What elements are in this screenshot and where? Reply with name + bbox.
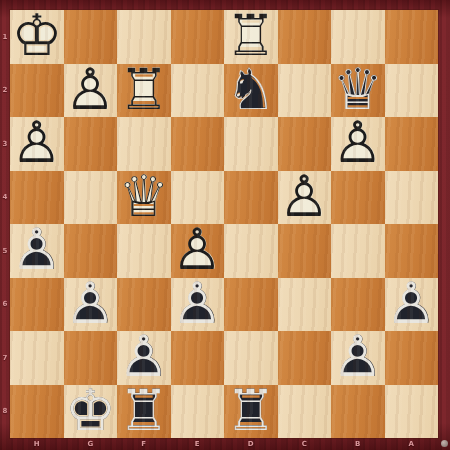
piece-fill-layer: ♟ xyxy=(278,170,332,224)
square-c3[interactable] xyxy=(278,117,332,171)
square-e7[interactable] xyxy=(171,331,225,385)
file-label-a: A xyxy=(385,438,439,450)
square-b3[interactable]: ♟♙ xyxy=(331,117,385,171)
piece-black-pawn[interactable]: ♟♙ xyxy=(385,278,439,332)
square-e1[interactable] xyxy=(171,10,225,64)
square-e3[interactable] xyxy=(171,117,225,171)
piece-white-queen[interactable]: ♛♕ xyxy=(117,171,171,225)
piece-white-pawn[interactable]: ♟♙ xyxy=(331,117,385,171)
piece-black-pawn[interactable]: ♟♙ xyxy=(331,331,385,385)
piece-fill-layer: ♚ xyxy=(64,384,118,438)
rank-label-8: 8 xyxy=(0,385,10,439)
piece-outline-layer: ♕ xyxy=(117,170,171,224)
square-g6[interactable]: ♟♙ xyxy=(64,278,118,332)
square-b1[interactable] xyxy=(331,10,385,64)
piece-white-pawn[interactable]: ♟♙ xyxy=(64,64,118,118)
square-a4[interactable] xyxy=(385,171,439,225)
piece-white-rook[interactable]: ♜♖ xyxy=(224,10,278,64)
square-a1[interactable] xyxy=(385,10,439,64)
piece-outline-layer: ♙ xyxy=(117,330,171,384)
piece-black-rook[interactable]: ♜♖ xyxy=(224,385,278,439)
square-c1[interactable] xyxy=(278,10,332,64)
piece-outline-layer: ♔ xyxy=(64,384,118,438)
piece-outline-layer: ♖ xyxy=(117,63,171,117)
piece-outline-layer: ♖ xyxy=(117,384,171,438)
piece-fill-layer: ♟ xyxy=(64,277,118,331)
square-b7[interactable]: ♟♙ xyxy=(331,331,385,385)
piece-outline-layer: ♔ xyxy=(10,9,64,63)
square-a5[interactable] xyxy=(385,224,439,278)
piece-outline-layer: ♙ xyxy=(64,63,118,117)
piece-black-queen[interactable]: ♛♕ xyxy=(331,64,385,118)
square-d7[interactable] xyxy=(224,331,278,385)
piece-outline-layer: ♙ xyxy=(10,223,64,277)
piece-black-pawn[interactable]: ♟♙ xyxy=(10,224,64,278)
piece-fill-layer: ♟ xyxy=(171,277,225,331)
piece-fill-layer: ♟ xyxy=(385,277,439,331)
square-a7[interactable] xyxy=(385,331,439,385)
piece-white-king[interactable]: ♚♔ xyxy=(10,10,64,64)
square-f1[interactable] xyxy=(117,10,171,64)
square-f5[interactable] xyxy=(117,224,171,278)
piece-fill-layer: ♛ xyxy=(117,170,171,224)
square-h7[interactable] xyxy=(10,331,64,385)
square-c6[interactable] xyxy=(278,278,332,332)
rank-label-5: 5 xyxy=(0,224,10,278)
piece-fill-layer: ♜ xyxy=(224,9,278,63)
piece-fill-layer: ♜ xyxy=(117,384,171,438)
square-b6[interactable] xyxy=(331,278,385,332)
square-f3[interactable] xyxy=(117,117,171,171)
square-f6[interactable] xyxy=(117,278,171,332)
square-b4[interactable] xyxy=(331,171,385,225)
file-label-h: H xyxy=(10,438,64,450)
square-h1[interactable]: ♚♔ xyxy=(10,10,64,64)
square-h8[interactable] xyxy=(10,385,64,439)
piece-outline-layer: ♕ xyxy=(331,63,385,117)
square-d4[interactable] xyxy=(224,171,278,225)
rank-label-2: 2 xyxy=(0,64,10,118)
square-h4[interactable] xyxy=(10,171,64,225)
square-g7[interactable] xyxy=(64,331,118,385)
piece-fill-layer: ♟ xyxy=(64,63,118,117)
square-a2[interactable] xyxy=(385,64,439,118)
square-e5[interactable]: ♟♙ xyxy=(171,224,225,278)
square-c5[interactable] xyxy=(278,224,332,278)
rank-label-7: 7 xyxy=(0,331,10,385)
piece-outline-layer: ♙ xyxy=(278,170,332,224)
file-label-e: E xyxy=(171,438,225,450)
rank-label-4: 4 xyxy=(0,171,10,225)
square-b5[interactable] xyxy=(331,224,385,278)
piece-black-knight[interactable]: ♞♘ xyxy=(224,64,278,118)
square-g5[interactable] xyxy=(64,224,118,278)
square-e2[interactable] xyxy=(171,64,225,118)
file-label-b: B xyxy=(331,438,385,450)
square-b2[interactable]: ♛♕ xyxy=(331,64,385,118)
piece-black-rook[interactable]: ♜♖ xyxy=(117,385,171,439)
piece-white-pawn[interactable]: ♟♙ xyxy=(10,117,64,171)
square-h6[interactable] xyxy=(10,278,64,332)
piece-fill-layer: ♛ xyxy=(331,63,385,117)
file-label-c: C xyxy=(278,438,332,450)
square-e6[interactable]: ♟♙ xyxy=(171,278,225,332)
piece-fill-layer: ♟ xyxy=(171,223,225,277)
piece-outline-layer: ♙ xyxy=(385,277,439,331)
square-g3[interactable] xyxy=(64,117,118,171)
chess-board: ♚♔♜♖♟♙♜♖♞♘♛♕♟♙♟♙♛♕♟♙♟♙♟♙♟♙♟♙♟♙♟♙♟♙♚♔♜♖♜♖ xyxy=(10,10,438,438)
file-label-d: D xyxy=(224,438,278,450)
square-g4[interactable] xyxy=(64,171,118,225)
piece-outline-layer: ♘ xyxy=(224,63,278,117)
piece-outline-layer: ♖ xyxy=(224,384,278,438)
square-c8[interactable] xyxy=(278,385,332,439)
square-f7[interactable]: ♟♙ xyxy=(117,331,171,385)
square-e4[interactable] xyxy=(171,171,225,225)
piece-outline-layer: ♙ xyxy=(171,223,225,277)
square-c7[interactable] xyxy=(278,331,332,385)
square-f2[interactable]: ♜♖ xyxy=(117,64,171,118)
piece-black-pawn[interactable]: ♟♙ xyxy=(171,278,225,332)
piece-fill-layer: ♜ xyxy=(224,384,278,438)
square-d3[interactable] xyxy=(224,117,278,171)
square-f4[interactable]: ♛♕ xyxy=(117,171,171,225)
piece-outline-layer: ♙ xyxy=(64,277,118,331)
board-frame: ♚♔♜♖♟♙♜♖♞♘♛♕♟♙♟♙♛♕♟♙♟♙♟♙♟♙♟♙♟♙♟♙♟♙♚♔♜♖♜♖… xyxy=(0,0,450,450)
square-d2[interactable]: ♞♘ xyxy=(224,64,278,118)
piece-fill-layer: ♟ xyxy=(331,330,385,384)
square-c4[interactable]: ♟♙ xyxy=(278,171,332,225)
piece-fill-layer: ♜ xyxy=(117,63,171,117)
square-h2[interactable] xyxy=(10,64,64,118)
rank-label-3: 3 xyxy=(0,117,10,171)
piece-white-pawn[interactable]: ♟♙ xyxy=(171,224,225,278)
square-b8[interactable] xyxy=(331,385,385,439)
piece-black-pawn[interactable]: ♟♙ xyxy=(64,278,118,332)
square-e8[interactable] xyxy=(171,385,225,439)
square-c2[interactable] xyxy=(278,64,332,118)
square-h3[interactable]: ♟♙ xyxy=(10,117,64,171)
piece-white-rook[interactable]: ♜♖ xyxy=(117,64,171,118)
square-h5[interactable]: ♟♙ xyxy=(10,224,64,278)
file-label-g: G xyxy=(64,438,118,450)
piece-fill-layer: ♞ xyxy=(224,63,278,117)
piece-white-pawn[interactable]: ♟♙ xyxy=(278,171,332,225)
square-d6[interactable] xyxy=(224,278,278,332)
piece-fill-layer: ♟ xyxy=(10,223,64,277)
rank-label-1: 1 xyxy=(0,10,10,64)
piece-fill-layer: ♟ xyxy=(331,116,385,170)
square-a8[interactable] xyxy=(385,385,439,439)
square-a6[interactable]: ♟♙ xyxy=(385,278,439,332)
piece-outline-layer: ♖ xyxy=(224,9,278,63)
piece-outline-layer: ♙ xyxy=(331,330,385,384)
square-g8[interactable]: ♚♔ xyxy=(64,385,118,439)
square-g2[interactable]: ♟♙ xyxy=(64,64,118,118)
corner-logo-dot xyxy=(441,440,448,447)
square-a3[interactable] xyxy=(385,117,439,171)
square-f8[interactable]: ♜♖ xyxy=(117,385,171,439)
piece-fill-layer: ♟ xyxy=(117,330,171,384)
piece-black-king[interactable]: ♚♔ xyxy=(64,385,118,439)
piece-fill-layer: ♚ xyxy=(10,9,64,63)
square-g1[interactable] xyxy=(64,10,118,64)
piece-outline-layer: ♙ xyxy=(171,277,225,331)
rank-label-6: 6 xyxy=(0,278,10,332)
square-d8[interactable]: ♜♖ xyxy=(224,385,278,439)
piece-black-pawn[interactable]: ♟♙ xyxy=(117,331,171,385)
square-d5[interactable] xyxy=(224,224,278,278)
file-label-f: F xyxy=(117,438,171,450)
square-d1[interactable]: ♜♖ xyxy=(224,10,278,64)
piece-outline-layer: ♙ xyxy=(331,116,385,170)
piece-outline-layer: ♙ xyxy=(10,116,64,170)
piece-fill-layer: ♟ xyxy=(10,116,64,170)
